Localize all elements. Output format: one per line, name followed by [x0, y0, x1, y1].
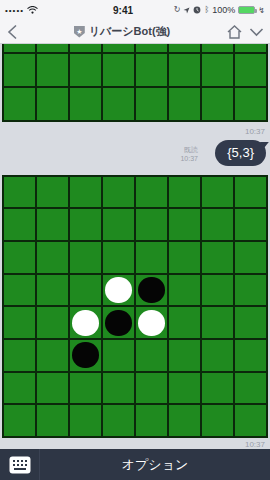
board-cell: [37, 44, 68, 52]
previous-board-grid: [2, 44, 268, 122]
board-cell: [136, 242, 167, 273]
white-disc: [105, 277, 131, 303]
board-cell: [169, 242, 200, 273]
board-cell: [4, 275, 35, 306]
main-board-image[interactable]: [2, 175, 268, 438]
board-cell: [70, 177, 101, 208]
chat-area: 10:37 既読 10:37 {5,3} 10:37: [0, 44, 270, 449]
board-cell: [70, 242, 101, 273]
board-cell: [103, 54, 134, 86]
board-cell: [103, 177, 134, 208]
wifi-icon: [27, 6, 38, 14]
board-cell: [103, 405, 134, 436]
battery-icon: [238, 6, 255, 14]
board-cell: [235, 340, 266, 371]
status-time: 9:41: [91, 5, 155, 16]
home-icon[interactable]: [226, 24, 243, 40]
board-cell: [103, 275, 134, 306]
board-cell: [4, 44, 35, 52]
board-cell: [103, 373, 134, 404]
board-cell: [4, 88, 35, 120]
battery-percent: 100%: [212, 5, 235, 15]
board-cell: [136, 88, 167, 120]
board-cell: [136, 307, 167, 338]
board-cell: [136, 373, 167, 404]
board-cell: [136, 54, 167, 86]
sent-message-bubble[interactable]: {5,3}: [215, 140, 266, 167]
board-cell: [235, 373, 266, 404]
chat-title: リバーシBot(強): [89, 24, 170, 39]
timestamp: 10:37: [0, 440, 270, 449]
board-cell: [37, 405, 68, 436]
back-chevron-icon[interactable]: [6, 24, 18, 40]
chevron-down-icon[interactable]: [249, 27, 264, 37]
board-cell: [169, 307, 200, 338]
board-cell: [169, 405, 200, 436]
black-disc: [72, 342, 98, 368]
signal-dots-icon: •••••: [5, 6, 24, 15]
board-cell: [37, 373, 68, 404]
board-cell: [202, 405, 233, 436]
board-cell: [103, 44, 134, 52]
board-cell: [136, 405, 167, 436]
status-bar: ••••• 9:41 ↻ ᛒ 100% ↯: [0, 0, 270, 20]
board-cell: [4, 373, 35, 404]
board-cell: [235, 307, 266, 338]
board-cell: [4, 54, 35, 86]
message-time: 10:37: [180, 154, 198, 163]
board-cell: [202, 54, 233, 86]
board-cell: [235, 242, 266, 273]
board-cell: [169, 54, 200, 86]
board-cell: [103, 209, 134, 240]
board-cell: [136, 275, 167, 306]
board-cell: [202, 88, 233, 120]
board-cell: [169, 275, 200, 306]
previous-board-image[interactable]: [2, 44, 268, 122]
board-cell: [37, 242, 68, 273]
board-cell: [37, 54, 68, 86]
rotation-lock-icon: ↻: [174, 6, 181, 14]
board-cell: [235, 209, 266, 240]
black-disc: [138, 277, 164, 303]
board-cell: [70, 405, 101, 436]
board-cell: [202, 340, 233, 371]
board-cell: [202, 209, 233, 240]
timestamp: 10:37: [0, 127, 270, 136]
board-cell: [70, 307, 101, 338]
read-receipt: 既読: [180, 145, 198, 154]
board-cell: [70, 373, 101, 404]
board-cell: [202, 242, 233, 273]
board-cell: [169, 44, 200, 52]
board-cell: [4, 177, 35, 208]
board-cell: [136, 177, 167, 208]
board-cell: [103, 340, 134, 371]
board-cell: [169, 373, 200, 404]
star-glyph: ★: [76, 28, 82, 35]
bluetooth-icon: ᛒ: [204, 6, 209, 14]
keyboard-toggle-button[interactable]: [0, 449, 40, 480]
board-cell: [4, 307, 35, 338]
board-cell: [103, 242, 134, 273]
board-cell: [235, 275, 266, 306]
board-cell: [136, 44, 167, 52]
board-cell: [70, 209, 101, 240]
message-row: 既読 10:37 {5,3}: [0, 140, 270, 168]
white-disc: [72, 310, 98, 336]
board-cell: [169, 209, 200, 240]
board-cell: [235, 405, 266, 436]
board-cell: [235, 88, 266, 120]
black-disc: [105, 310, 131, 336]
board-cell: [103, 88, 134, 120]
board-cell: [4, 209, 35, 240]
board-cell: [4, 340, 35, 371]
board-cell: [202, 44, 233, 52]
board-cell: [70, 54, 101, 86]
board-cell: [235, 44, 266, 52]
board-cell: [202, 307, 233, 338]
verified-shield-star-icon: ★: [74, 26, 85, 38]
board-cell: [202, 177, 233, 208]
board-cell: [202, 275, 233, 306]
board-cell: [37, 275, 68, 306]
board-cell: [37, 88, 68, 120]
board-cell: [235, 177, 266, 208]
keyboard-icon: [9, 456, 31, 474]
option-button[interactable]: オプション: [40, 456, 270, 474]
board-cell: [169, 340, 200, 371]
location-arrow-icon: [183, 7, 190, 14]
board-cell: [136, 340, 167, 371]
white-disc: [138, 310, 164, 336]
message-meta: 既読 10:37: [180, 145, 198, 163]
board-cell: [136, 209, 167, 240]
board-cell: [169, 88, 200, 120]
board-cell: [70, 275, 101, 306]
board-cell: [4, 405, 35, 436]
board-cell: [169, 177, 200, 208]
board-cell: [103, 307, 134, 338]
board-cell: [202, 373, 233, 404]
charging-bolt-icon: ↯: [258, 6, 265, 15]
bottom-bar: オプション: [0, 449, 270, 480]
board-cell: [37, 177, 68, 208]
board-cell: [70, 340, 101, 371]
board-cell: [37, 209, 68, 240]
board-cell: [37, 340, 68, 371]
board-cell: [4, 242, 35, 273]
board-cell: [70, 44, 101, 52]
board-cell: [235, 54, 266, 86]
alarm-clock-icon: [193, 6, 201, 14]
nav-bar: ★ リバーシBot(強): [0, 20, 270, 44]
board-cell: [70, 88, 101, 120]
board-cell: [37, 307, 68, 338]
header-title-group: ★ リバーシBot(強): [18, 24, 226, 39]
